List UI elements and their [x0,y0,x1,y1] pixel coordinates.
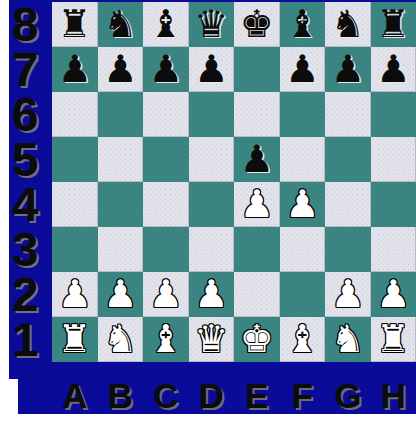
square-a1[interactable]: ♜ [52,317,98,362]
square-d2[interactable]: ♟ [189,272,235,317]
square-e5[interactable]: ♟ [234,137,280,182]
square-c6[interactable] [143,92,189,137]
white-knight-b1[interactable]: ♞ [98,317,144,362]
square-e7[interactable] [234,47,280,92]
rank-label-1: 1 [4,317,46,362]
white-pawn-c2[interactable]: ♟ [143,272,189,317]
square-h8[interactable]: ♜ [371,2,416,47]
frame-notch [9,379,18,422]
square-d8[interactable]: ♛ [189,2,235,47]
square-c1[interactable]: ♝ [143,317,189,362]
white-bishop-f1[interactable]: ♝ [280,317,326,362]
black-pawn-f7[interactable]: ♟ [280,47,326,92]
square-b5[interactable] [98,137,144,182]
square-a8[interactable]: ♜ [52,2,98,47]
square-h2[interactable]: ♟ [371,272,416,317]
square-c8[interactable]: ♝ [143,2,189,47]
chess-board: ♜♞♝♛♚♝♞♜♟♟♟♟♟♟♟♟♟♟♟♟♟♟♟♟♜♞♝♛♚♝♞♜ [52,2,416,362]
square-c7[interactable]: ♟ [143,47,189,92]
square-f1[interactable]: ♝ [280,317,326,362]
file-labels: ABCDEFGH [52,377,416,414]
square-g8[interactable]: ♞ [325,2,371,47]
white-pawn-h2[interactable]: ♟ [371,272,416,317]
black-pawn-d7[interactable]: ♟ [189,47,235,92]
square-h5[interactable] [371,137,416,182]
square-f7[interactable]: ♟ [280,47,326,92]
square-b1[interactable]: ♞ [98,317,144,362]
file-label-b: B [98,377,144,414]
square-g2[interactable]: ♟ [325,272,371,317]
square-e8[interactable]: ♚ [234,2,280,47]
rank-label-4: 4 [4,182,46,227]
square-f3[interactable] [280,227,326,272]
black-pawn-e5[interactable]: ♟ [234,137,280,182]
square-h3[interactable] [371,227,416,272]
square-d3[interactable] [189,227,235,272]
file-label-h: H [371,377,416,414]
square-c4[interactable] [143,182,189,227]
square-f6[interactable] [280,92,326,137]
square-d1[interactable]: ♛ [189,317,235,362]
square-a3[interactable] [52,227,98,272]
square-e2[interactable] [234,272,280,317]
black-knight-b8[interactable]: ♞ [98,2,144,47]
white-pawn-b2[interactable]: ♟ [98,272,144,317]
square-h7[interactable]: ♟ [371,47,416,92]
file-label-g: G [325,377,371,414]
square-g1[interactable]: ♞ [325,317,371,362]
square-d6[interactable] [189,92,235,137]
file-label-c: C [143,377,189,414]
white-pawn-f4[interactable]: ♟ [280,182,326,227]
file-label-a: A [52,377,98,414]
white-pawn-g2[interactable]: ♟ [325,272,371,317]
square-f8[interactable]: ♝ [280,2,326,47]
square-g6[interactable] [325,92,371,137]
square-e3[interactable] [234,227,280,272]
square-g3[interactable] [325,227,371,272]
rank-label-2: 2 [4,272,46,317]
black-knight-g8[interactable]: ♞ [325,2,371,47]
square-c5[interactable] [143,137,189,182]
black-bishop-c8[interactable]: ♝ [143,2,189,47]
black-bishop-f8[interactable]: ♝ [280,2,326,47]
file-label-e: E [234,377,280,414]
square-d4[interactable] [189,182,235,227]
white-rook-a1[interactable]: ♜ [52,317,98,362]
rank-label-5: 5 [4,137,46,182]
square-f5[interactable] [280,137,326,182]
square-b6[interactable] [98,92,144,137]
black-pawn-a7[interactable]: ♟ [52,47,98,92]
white-pawn-e4[interactable]: ♟ [234,182,280,227]
square-b8[interactable]: ♞ [98,2,144,47]
white-pawn-a2[interactable]: ♟ [52,272,98,317]
rank-label-6: 6 [4,92,46,137]
white-bishop-c1[interactable]: ♝ [143,317,189,362]
white-knight-g1[interactable]: ♞ [325,317,371,362]
white-pawn-d2[interactable]: ♟ [189,272,235,317]
chess-app: 87654321 ♜♞♝♛♚♝♞♜♟♟♟♟♟♟♟♟♟♟♟♟♟♟♟♟♜♞♝♛♚♝♞… [0,0,416,422]
file-label-d: D [189,377,235,414]
square-h4[interactable] [371,182,416,227]
black-pawn-g7[interactable]: ♟ [325,47,371,92]
square-b7[interactable]: ♟ [98,47,144,92]
white-rook-h1[interactable]: ♜ [371,317,416,362]
rank-label-3: 3 [4,227,46,272]
square-e1[interactable]: ♚ [234,317,280,362]
black-pawn-c7[interactable]: ♟ [143,47,189,92]
square-a2[interactable]: ♟ [52,272,98,317]
file-label-f: F [280,377,326,414]
square-a6[interactable] [52,92,98,137]
black-pawn-b7[interactable]: ♟ [98,47,144,92]
square-d7[interactable]: ♟ [189,47,235,92]
square-c2[interactable]: ♟ [143,272,189,317]
square-g5[interactable] [325,137,371,182]
black-rook-h8[interactable]: ♜ [371,2,416,47]
square-b2[interactable]: ♟ [98,272,144,317]
square-f2[interactable] [280,272,326,317]
square-h6[interactable] [371,92,416,137]
white-king-e1[interactable]: ♚ [234,317,280,362]
rank-labels: 87654321 [4,2,46,362]
square-f4[interactable]: ♟ [280,182,326,227]
white-queen-d1[interactable]: ♛ [189,317,235,362]
square-a7[interactable]: ♟ [52,47,98,92]
black-queen-d8[interactable]: ♛ [189,2,235,47]
square-b4[interactable] [98,182,144,227]
square-h1[interactable]: ♜ [371,317,416,362]
square-g4[interactable] [325,182,371,227]
black-pawn-h7[interactable]: ♟ [371,47,416,92]
black-king-e8[interactable]: ♚ [234,2,280,47]
square-e6[interactable] [234,92,280,137]
square-d5[interactable] [189,137,235,182]
square-e4[interactable]: ♟ [234,182,280,227]
square-b3[interactable] [98,227,144,272]
square-a4[interactable] [52,182,98,227]
rank-label-7: 7 [4,47,46,92]
square-c3[interactable] [143,227,189,272]
black-rook-a8[interactable]: ♜ [52,2,98,47]
square-a5[interactable] [52,137,98,182]
rank-label-8: 8 [4,2,46,47]
square-g7[interactable]: ♟ [325,47,371,92]
